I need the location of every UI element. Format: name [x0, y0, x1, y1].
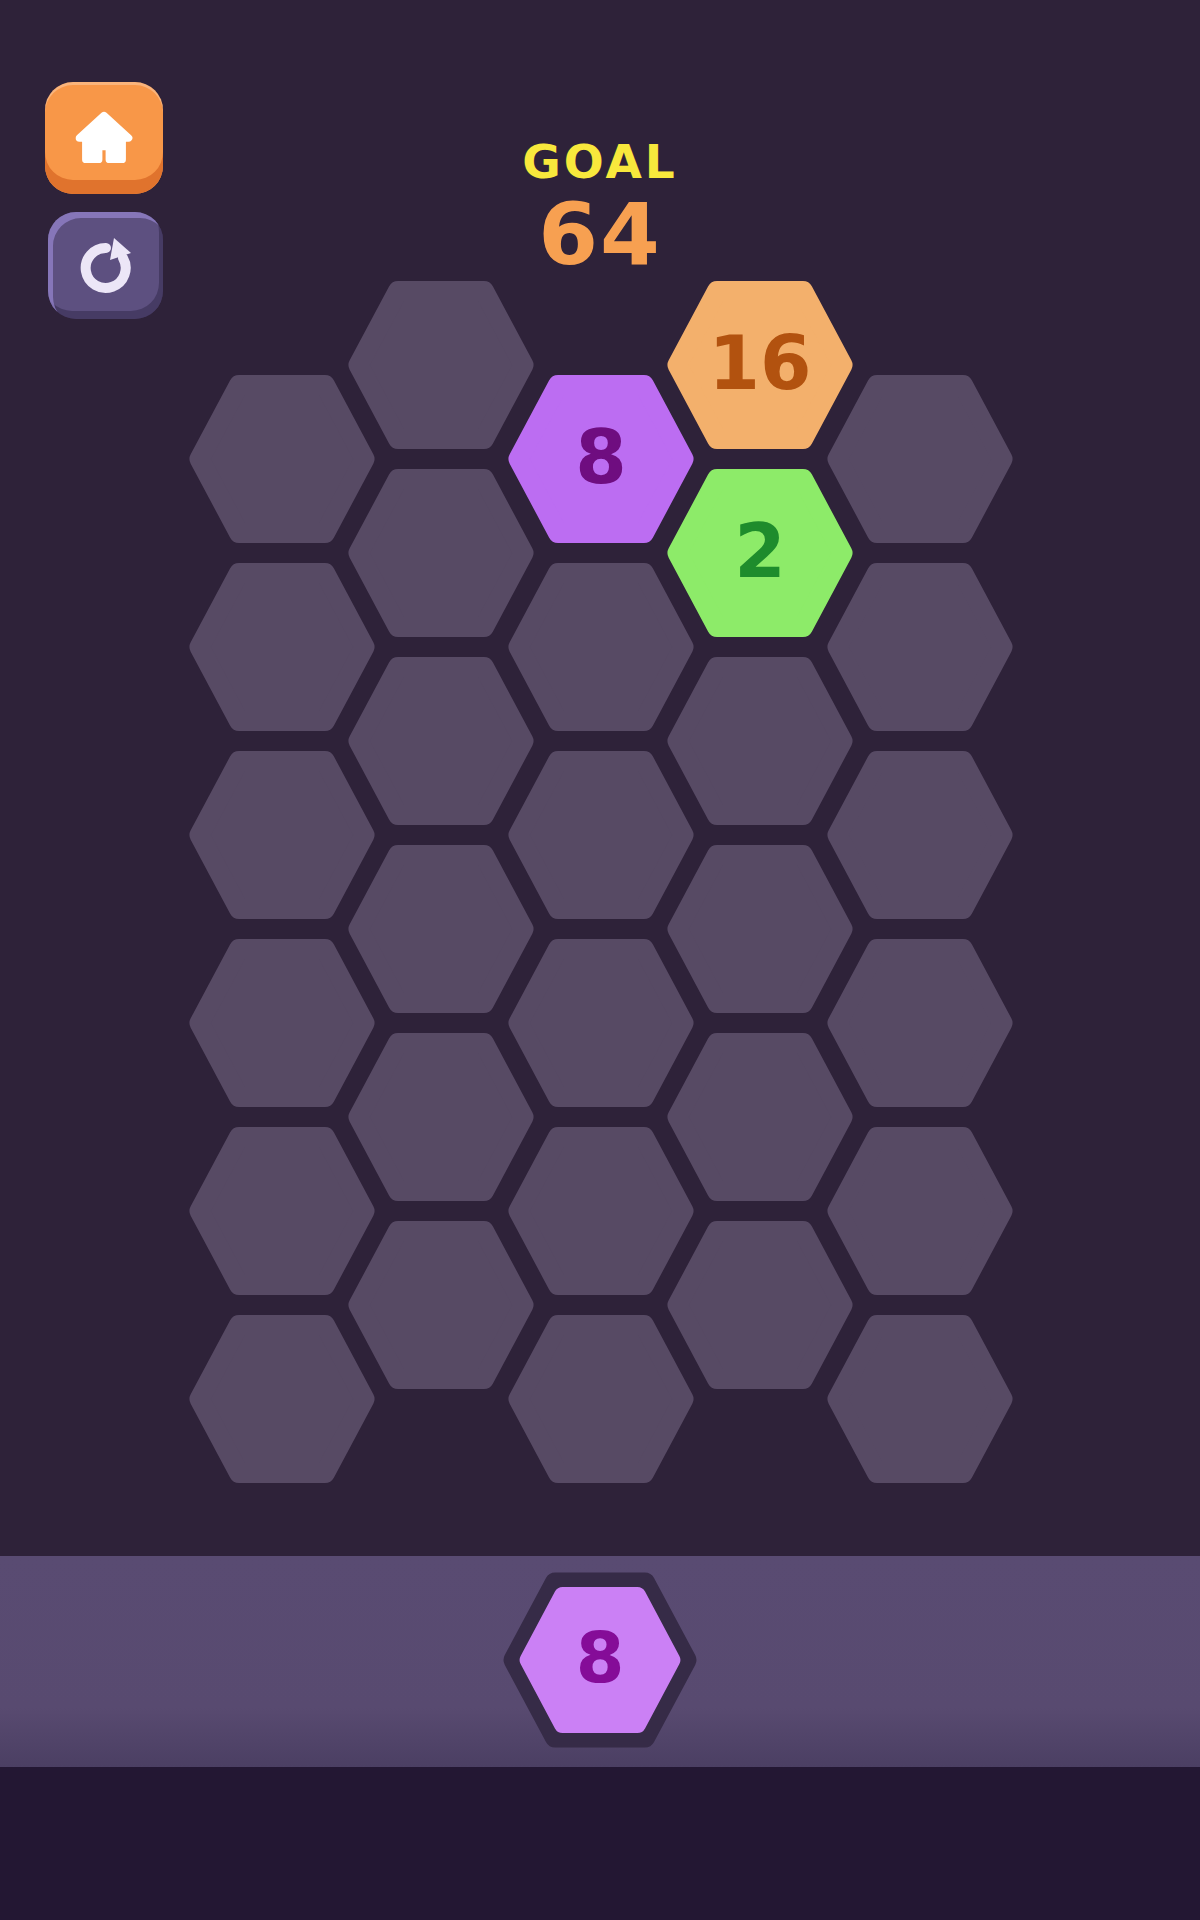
hex-cell-empty[interactable]	[826, 1315, 1014, 1483]
hex-shape	[826, 375, 1014, 543]
hex-shape	[826, 751, 1014, 919]
hex-cell-empty[interactable]	[826, 939, 1014, 1107]
tile-number: 16	[709, 326, 812, 400]
hex-shape	[826, 563, 1014, 731]
tile-number: 8	[575, 420, 627, 494]
hex-cell-empty[interactable]	[826, 1127, 1014, 1295]
hex-cell-empty[interactable]	[826, 375, 1014, 543]
hex-shape	[826, 1315, 1014, 1483]
game-screen: GOAL 64 8162 8	[0, 0, 1200, 1920]
tile-number: 2	[734, 514, 786, 588]
hex-shape	[826, 939, 1014, 1107]
tray-tile-number: 8	[576, 1623, 625, 1693]
bottom-panel	[0, 1767, 1200, 1920]
hex-cell-empty[interactable]	[826, 751, 1014, 919]
tray-tile[interactable]: 8	[502, 1572, 698, 1748]
hex-shape	[826, 1127, 1014, 1295]
hex-cell-empty[interactable]	[826, 563, 1014, 731]
